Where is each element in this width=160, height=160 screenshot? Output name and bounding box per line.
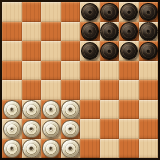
black-piece[interactable]: [120, 42, 139, 61]
square-e7[interactable]: [80, 22, 100, 42]
white-piece[interactable]: [42, 100, 61, 119]
square-a2[interactable]: [2, 119, 22, 139]
square-e5[interactable]: [80, 61, 100, 81]
square-b6[interactable]: [22, 41, 42, 61]
black-piece[interactable]: [139, 42, 158, 61]
square-g3[interactable]: [119, 100, 139, 120]
square-c3[interactable]: [41, 100, 61, 120]
square-c2[interactable]: [41, 119, 61, 139]
square-c1[interactable]: [41, 139, 61, 159]
square-b1[interactable]: [22, 139, 42, 159]
square-e2[interactable]: [80, 119, 100, 139]
square-h4[interactable]: [139, 80, 159, 100]
square-d3[interactable]: [61, 100, 81, 120]
square-d5[interactable]: [61, 61, 81, 81]
square-f8[interactable]: [100, 2, 120, 22]
square-a5[interactable]: [2, 61, 22, 81]
square-g8[interactable]: [119, 2, 139, 22]
square-b2[interactable]: [22, 119, 42, 139]
square-h6[interactable]: [139, 41, 159, 61]
white-piece[interactable]: [3, 120, 22, 139]
square-f3[interactable]: [100, 100, 120, 120]
square-e8[interactable]: [80, 2, 100, 22]
square-g1[interactable]: [119, 139, 139, 159]
square-b4[interactable]: [22, 80, 42, 100]
square-d1[interactable]: [61, 139, 81, 159]
square-a8[interactable]: [2, 2, 22, 22]
square-a1[interactable]: [2, 139, 22, 159]
black-piece[interactable]: [100, 3, 119, 22]
white-piece[interactable]: [61, 139, 80, 158]
checkers-board: [0, 0, 160, 160]
white-piece[interactable]: [22, 100, 41, 119]
square-b5[interactable]: [22, 61, 42, 81]
square-g2[interactable]: [119, 119, 139, 139]
square-c6[interactable]: [41, 41, 61, 61]
square-g6[interactable]: [119, 41, 139, 61]
square-f2[interactable]: [100, 119, 120, 139]
square-h7[interactable]: [139, 22, 159, 42]
square-c4[interactable]: [41, 80, 61, 100]
square-c5[interactable]: [41, 61, 61, 81]
square-f1[interactable]: [100, 139, 120, 159]
white-piece[interactable]: [42, 139, 61, 158]
square-a4[interactable]: [2, 80, 22, 100]
square-e4[interactable]: [80, 80, 100, 100]
white-piece[interactable]: [22, 120, 41, 139]
square-f7[interactable]: [100, 22, 120, 42]
white-piece[interactable]: [42, 120, 61, 139]
black-piece[interactable]: [139, 22, 158, 41]
square-e3[interactable]: [80, 100, 100, 120]
square-e6[interactable]: [80, 41, 100, 61]
square-e1[interactable]: [80, 139, 100, 159]
square-h1[interactable]: [139, 139, 159, 159]
white-piece[interactable]: [61, 120, 80, 139]
black-piece[interactable]: [81, 3, 100, 22]
white-piece[interactable]: [22, 139, 41, 158]
square-h5[interactable]: [139, 61, 159, 81]
white-piece[interactable]: [3, 100, 22, 119]
square-a3[interactable]: [2, 100, 22, 120]
black-piece[interactable]: [120, 22, 139, 41]
black-piece[interactable]: [81, 42, 100, 61]
white-piece[interactable]: [3, 139, 22, 158]
white-piece[interactable]: [61, 100, 80, 119]
square-h2[interactable]: [139, 119, 159, 139]
square-a6[interactable]: [2, 41, 22, 61]
square-d7[interactable]: [61, 22, 81, 42]
square-f6[interactable]: [100, 41, 120, 61]
square-d4[interactable]: [61, 80, 81, 100]
square-d8[interactable]: [61, 2, 81, 22]
black-piece[interactable]: [139, 3, 158, 22]
square-c7[interactable]: [41, 22, 61, 42]
square-g5[interactable]: [119, 61, 139, 81]
black-piece[interactable]: [100, 42, 119, 61]
black-piece[interactable]: [120, 3, 139, 22]
square-h3[interactable]: [139, 100, 159, 120]
square-d2[interactable]: [61, 119, 81, 139]
square-b3[interactable]: [22, 100, 42, 120]
square-g7[interactable]: [119, 22, 139, 42]
square-b8[interactable]: [22, 2, 42, 22]
square-h8[interactable]: [139, 2, 159, 22]
square-a7[interactable]: [2, 22, 22, 42]
square-f5[interactable]: [100, 61, 120, 81]
black-piece[interactable]: [100, 22, 119, 41]
square-b7[interactable]: [22, 22, 42, 42]
square-c8[interactable]: [41, 2, 61, 22]
square-g4[interactable]: [119, 80, 139, 100]
square-f4[interactable]: [100, 80, 120, 100]
black-piece[interactable]: [81, 22, 100, 41]
square-d6[interactable]: [61, 41, 81, 61]
board-grid: [2, 2, 158, 158]
